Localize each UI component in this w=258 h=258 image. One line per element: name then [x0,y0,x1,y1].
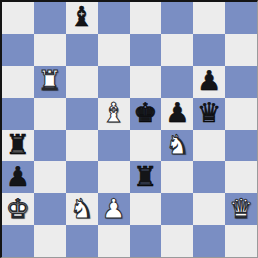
square-h5[interactable] [225,98,257,130]
white-knight-f4[interactable]: ♞ [165,131,189,158]
square-c3[interactable] [66,161,98,193]
square-f1[interactable] [161,225,193,257]
square-a4[interactable]: ♜ [2,130,34,162]
white-pawn-d2[interactable]: ♟ [101,195,125,222]
square-d6[interactable] [98,66,130,98]
white-knight-c2[interactable]: ♞ [70,195,94,222]
square-e6[interactable] [130,66,162,98]
square-f3[interactable] [161,161,193,193]
square-g2[interactable] [193,193,225,225]
square-f8[interactable] [161,2,193,34]
square-h8[interactable] [225,2,257,34]
square-e4[interactable] [130,130,162,162]
square-g7[interactable] [193,34,225,66]
square-a7[interactable] [2,34,34,66]
square-f2[interactable] [161,193,193,225]
black-queen-g5[interactable]: ♛ [197,99,221,126]
square-f4[interactable]: ♞ [161,130,193,162]
square-b4[interactable] [34,130,66,162]
square-a1[interactable] [2,225,34,257]
square-a6[interactable] [2,66,34,98]
white-queen-h2[interactable]: ♛ [229,195,253,222]
board-frame: ♝♜♟♝♚♟♛♜♞♟♜♚♞♟♛ [0,0,258,258]
square-a8[interactable] [2,2,34,34]
square-d7[interactable] [98,34,130,66]
black-rook-a4[interactable]: ♜ [6,131,30,158]
square-a3[interactable]: ♟ [2,161,34,193]
square-c1[interactable] [66,225,98,257]
square-b6[interactable]: ♜ [34,66,66,98]
square-c8[interactable]: ♝ [66,2,98,34]
square-e7[interactable] [130,34,162,66]
chess-diagram: ♝♜♟♝♚♟♛♜♞♟♜♚♞♟♛ [0,0,258,258]
square-g8[interactable] [193,2,225,34]
black-pawn-a3[interactable]: ♟ [6,163,30,190]
square-e2[interactable] [130,193,162,225]
black-rook-e3[interactable]: ♜ [133,163,157,190]
square-g5[interactable]: ♛ [193,98,225,130]
black-pawn-g6[interactable]: ♟ [197,67,221,94]
square-g6[interactable]: ♟ [193,66,225,98]
square-d1[interactable] [98,225,130,257]
black-pawn-f5[interactable]: ♟ [165,99,189,126]
square-e5[interactable]: ♚ [130,98,162,130]
square-d5[interactable]: ♝ [98,98,130,130]
square-b2[interactable] [34,193,66,225]
black-bishop-c8[interactable]: ♝ [70,3,94,30]
square-b1[interactable] [34,225,66,257]
square-a5[interactable] [2,98,34,130]
square-d8[interactable] [98,2,130,34]
square-h6[interactable] [225,66,257,98]
square-c5[interactable] [66,98,98,130]
square-b7[interactable] [34,34,66,66]
square-g3[interactable] [193,161,225,193]
square-b8[interactable] [34,2,66,34]
square-e8[interactable] [130,2,162,34]
square-b3[interactable] [34,161,66,193]
square-d4[interactable] [98,130,130,162]
square-f5[interactable]: ♟ [161,98,193,130]
square-a2[interactable]: ♚ [2,193,34,225]
square-e1[interactable] [130,225,162,257]
white-king-a2[interactable]: ♚ [6,195,30,222]
square-c2[interactable]: ♞ [66,193,98,225]
square-f6[interactable] [161,66,193,98]
square-h7[interactable] [225,34,257,66]
square-h3[interactable] [225,161,257,193]
square-h4[interactable] [225,130,257,162]
square-c7[interactable] [66,34,98,66]
square-g1[interactable] [193,225,225,257]
white-bishop-d5[interactable]: ♝ [101,99,125,126]
square-b5[interactable] [34,98,66,130]
square-e3[interactable]: ♜ [130,161,162,193]
square-c6[interactable] [66,66,98,98]
white-rook-b6[interactable]: ♜ [38,67,62,94]
square-d2[interactable]: ♟ [98,193,130,225]
square-c4[interactable] [66,130,98,162]
square-h1[interactable] [225,225,257,257]
square-h2[interactable]: ♛ [225,193,257,225]
chess-board[interactable]: ♝♜♟♝♚♟♛♜♞♟♜♚♞♟♛ [2,2,257,257]
square-f7[interactable] [161,34,193,66]
black-king-e5[interactable]: ♚ [133,99,157,126]
square-d3[interactable] [98,161,130,193]
square-g4[interactable] [193,130,225,162]
